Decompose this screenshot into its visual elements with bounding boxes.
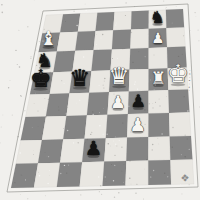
- speckle: [184, 156, 185, 157]
- speckle: [123, 182, 124, 183]
- speckle: [25, 179, 26, 180]
- speckle: [93, 114, 94, 115]
- chessboard: [0, 0, 200, 200]
- speckle: [104, 176, 105, 177]
- speckle: [17, 136, 18, 137]
- speckle: [34, 0, 35, 1]
- speckle: [33, 154, 34, 155]
- speckle: [119, 140, 120, 141]
- speckle: [167, 176, 168, 177]
- piece-black-knight-g8[interactable]: ♞: [150, 9, 165, 26]
- speckle: [161, 133, 162, 134]
- speckle: [131, 184, 132, 185]
- speckle: [39, 175, 40, 176]
- speckle: [125, 15, 126, 16]
- speckle: [147, 110, 148, 111]
- speckle: [152, 144, 153, 145]
- speckle: [183, 35, 184, 36]
- speckle: [10, 80, 11, 81]
- speckle: [37, 110, 38, 111]
- speckle: [47, 156, 48, 157]
- speckle: [140, 137, 141, 138]
- speckle: [172, 23, 173, 24]
- speckle: [38, 172, 39, 173]
- square-b2[interactable]: [38, 139, 63, 163]
- speckle: [199, 106, 200, 108]
- speckle: [129, 160, 130, 161]
- piece-white-queen-e5[interactable]: ♛: [109, 65, 130, 88]
- speckle: [196, 16, 197, 17]
- speckle: [19, 66, 21, 68]
- speckle: [2, 12, 4, 14]
- speckle: [60, 173, 61, 174]
- speckle: [132, 62, 133, 63]
- speckle: [102, 34, 103, 35]
- speckle: [104, 81, 105, 82]
- square-d1[interactable]: [80, 162, 105, 187]
- speckle: [98, 48, 99, 49]
- speckle: [143, 199, 144, 200]
- speckle: [154, 55, 155, 56]
- piece-white-pawn-g7[interactable]: ♟: [151, 31, 164, 45]
- board-corner-emblem-icon: ❖: [180, 172, 190, 184]
- speckle: [35, 93, 36, 94]
- speckle: [90, 134, 91, 135]
- speckle: [2, 114, 3, 115]
- square-g2[interactable]: [148, 136, 170, 160]
- speckle: [73, 142, 74, 143]
- speckle: [98, 176, 99, 177]
- piece-black-pawn-f4[interactable]: ♟: [131, 93, 147, 110]
- square-f7[interactable]: [130, 29, 148, 49]
- speckle: [8, 87, 9, 88]
- speckle: [32, 127, 33, 128]
- speckle: [189, 184, 190, 185]
- speckle: [14, 182, 15, 183]
- speckle: [122, 49, 123, 50]
- speckle: [164, 173, 165, 174]
- speckle: [31, 56, 32, 57]
- speckle: [99, 125, 100, 126]
- speckle: [100, 185, 102, 187]
- square-e2[interactable]: [104, 138, 127, 162]
- speckle: [153, 170, 154, 171]
- square-b4[interactable]: [46, 93, 70, 116]
- speckle: [96, 34, 97, 35]
- speckle: [152, 107, 153, 108]
- square-e3[interactable]: [106, 114, 128, 138]
- speckle: [76, 25, 77, 26]
- speckle: [189, 149, 190, 150]
- speckle: [198, 40, 200, 42]
- speckle: [176, 6, 177, 7]
- square-h4[interactable]: [168, 90, 189, 113]
- square-c7[interactable]: [75, 31, 95, 51]
- speckle: [44, 109, 45, 110]
- square-h7[interactable]: [166, 27, 185, 47]
- speckle: [101, 38, 102, 39]
- speckle: [108, 143, 110, 145]
- speckle: [103, 88, 104, 89]
- speckle: [63, 52, 64, 53]
- speckle: [49, 170, 50, 171]
- speckle: [38, 126, 39, 127]
- speckle: [101, 194, 102, 195]
- speckle: [162, 91, 163, 92]
- speckle: [103, 108, 104, 109]
- speckle: [122, 122, 123, 123]
- speckle: [45, 152, 46, 153]
- speckle: [115, 143, 117, 145]
- speckle: [178, 56, 179, 57]
- speckle: [190, 30, 191, 31]
- speckle: [187, 138, 188, 139]
- speckle: [49, 175, 50, 176]
- speckle: [1, 4, 3, 6]
- speckle: [20, 127, 21, 128]
- speckle: [181, 193, 182, 194]
- square-f8[interactable]: [131, 11, 149, 30]
- square-g1[interactable]: [148, 160, 171, 185]
- speckle: [144, 169, 145, 170]
- speckle: [121, 171, 122, 172]
- square-h2[interactable]: [170, 136, 193, 160]
- square-d5[interactable]: [89, 70, 110, 92]
- speckle: [67, 107, 68, 108]
- speckle: [106, 134, 107, 135]
- speckle: [128, 105, 129, 106]
- speckle: [34, 103, 35, 104]
- speckle: [101, 119, 102, 120]
- speckle: [66, 113, 67, 114]
- speckle: [60, 159, 61, 160]
- square-f2[interactable]: [126, 137, 148, 161]
- speckle: [115, 24, 116, 25]
- speckle: [1, 126, 2, 127]
- speckle: [33, 150, 34, 151]
- speckle: [58, 106, 59, 107]
- speckle: [20, 95, 21, 96]
- speckle: [118, 192, 120, 194]
- speckle: [19, 152, 20, 153]
- speckle: [65, 21, 66, 22]
- speckle: [106, 181, 107, 182]
- speckle: [64, 19, 65, 20]
- square-c3[interactable]: [63, 115, 87, 139]
- speckle: [152, 103, 153, 104]
- square-e1[interactable]: [103, 161, 127, 186]
- speckle: [182, 54, 183, 55]
- speckle: [73, 10, 75, 12]
- speckle: [17, 64, 18, 65]
- square-d3[interactable]: [85, 115, 108, 139]
- square-g4[interactable]: [149, 90, 170, 113]
- speckle: [15, 50, 16, 51]
- speckle: [166, 7, 167, 8]
- square-d8[interactable]: [96, 12, 115, 31]
- speckle: [64, 165, 65, 166]
- speckle: [48, 99, 49, 100]
- speckle: [68, 164, 69, 165]
- speckle: [125, 2, 126, 3]
- speckle: [44, 98, 45, 99]
- speckle: [99, 191, 100, 192]
- speckle: [181, 154, 182, 155]
- speckle: [34, 40, 35, 41]
- speckle: [172, 147, 173, 148]
- speckle: [149, 103, 150, 104]
- speckle: [116, 22, 117, 23]
- board-edge-text: ·•·•·•·: [187, 70, 193, 93]
- speckle: [45, 195, 46, 196]
- square-b7[interactable]: [57, 32, 78, 52]
- speckle: [187, 110, 188, 111]
- speckle: [66, 172, 67, 173]
- speckle: [184, 96, 185, 97]
- square-c8[interactable]: [78, 13, 98, 32]
- speckle: [91, 132, 93, 134]
- speckle: [166, 96, 167, 97]
- square-e7[interactable]: [112, 30, 131, 50]
- square-d7[interactable]: [94, 30, 114, 50]
- speckle: [152, 149, 153, 150]
- speckle: [124, 164, 125, 165]
- speckle: [79, 100, 81, 102]
- speckle: [63, 128, 64, 129]
- speckle: [129, 177, 131, 179]
- speckle: [116, 145, 117, 146]
- square-h8[interactable]: [166, 9, 184, 28]
- speckle: [138, 51, 139, 52]
- speckle: [115, 137, 116, 138]
- speckle: [146, 159, 147, 160]
- speckle: [18, 30, 19, 31]
- speckle: [102, 134, 104, 136]
- speckle: [172, 127, 173, 128]
- speckle: [112, 58, 113, 59]
- speckle: [76, 103, 77, 104]
- square-g6[interactable]: [149, 47, 168, 69]
- speckle: [148, 34, 149, 35]
- speckle: [99, 85, 100, 86]
- speckle: [67, 130, 69, 132]
- speckle: [21, 175, 23, 177]
- speckle: [12, 115, 13, 116]
- speckle: [83, 56, 84, 57]
- speckle: [61, 80, 62, 81]
- speckle: [58, 110, 59, 111]
- piece-white-rook-g5[interactable]: ♜: [151, 70, 167, 87]
- speckle: [114, 196, 115, 197]
- square-h3[interactable]: [169, 112, 191, 136]
- speckle: [20, 194, 21, 195]
- speckle: [115, 29, 116, 30]
- speckle: [180, 184, 181, 185]
- speckle: [78, 142, 79, 143]
- square-f5[interactable]: [129, 69, 149, 91]
- piece-white-pawn-e4[interactable]: ♟: [110, 94, 126, 111]
- speckle: [86, 10, 87, 11]
- speckle: [125, 156, 126, 157]
- speckle: [197, 29, 198, 30]
- square-b3[interactable]: [42, 116, 67, 140]
- speckle: [159, 99, 160, 100]
- speckle: [24, 110, 25, 111]
- square-d4[interactable]: [87, 92, 109, 115]
- speckle: [96, 44, 97, 45]
- speckle: [154, 89, 155, 90]
- speckle: [48, 156, 49, 157]
- square-b8[interactable]: [60, 14, 80, 33]
- square-g3[interactable]: [148, 113, 169, 137]
- square-b1[interactable]: [34, 163, 60, 188]
- speckle: [30, 58, 31, 59]
- piece-white-pawn-f3[interactable]: ♟: [130, 115, 147, 133]
- piece-black-queen-c5[interactable]: ♛: [69, 66, 90, 89]
- speckle: [47, 183, 48, 184]
- speckle: [150, 176, 151, 177]
- piece-black-king-a5[interactable]: ♚: [30, 66, 52, 90]
- speckle: [113, 140, 114, 141]
- speckle: [134, 6, 135, 7]
- speckle: [134, 84, 135, 85]
- speckle: [27, 198, 28, 199]
- speckle: [121, 147, 123, 149]
- speckle: [135, 193, 136, 194]
- piece-black-pawn-d2[interactable]: ♟: [85, 139, 102, 159]
- speckle: [131, 32, 132, 33]
- speckle: [194, 12, 195, 13]
- speckle: [111, 164, 112, 165]
- speckle: [155, 102, 156, 103]
- speckle: [85, 4, 86, 5]
- speckle: [80, 194, 81, 195]
- speckle: [157, 138, 158, 139]
- square-c4[interactable]: [66, 93, 89, 116]
- speckle: [92, 111, 93, 112]
- piece-white-king-h5[interactable]: ♚: [167, 62, 189, 86]
- speckle: [27, 26, 29, 28]
- speckle: [163, 1, 164, 2]
- speckle: [114, 165, 115, 166]
- speckle: [113, 180, 114, 181]
- speckle: [137, 88, 138, 89]
- square-f1[interactable]: [125, 161, 148, 186]
- speckle: [185, 135, 186, 136]
- speckle: [114, 155, 115, 156]
- speckle: [136, 184, 137, 185]
- speckle: [159, 105, 160, 106]
- speckle: [45, 116, 46, 117]
- speckle: [145, 56, 146, 57]
- chessboard-photo: ♞♟♝♞♚♜♛♛♚♟♟♟♟ ·•·•·•· ❖: [0, 0, 200, 200]
- speckle: [103, 85, 104, 86]
- speckle: [117, 58, 118, 59]
- speckle: [165, 8, 166, 9]
- square-c1[interactable]: [57, 162, 82, 187]
- speckle: [158, 144, 159, 145]
- speckle: [63, 83, 64, 84]
- square-e8[interactable]: [113, 11, 131, 30]
- speckle: [104, 78, 106, 80]
- piece-white-bishop-a7[interactable]: ♝: [40, 29, 58, 49]
- square-c2[interactable]: [60, 139, 85, 163]
- speckle: [110, 146, 111, 147]
- speckle: [135, 81, 136, 82]
- speckle: [99, 112, 100, 113]
